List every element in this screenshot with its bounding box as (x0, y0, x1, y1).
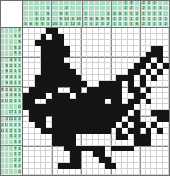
column-clues-band: 3614411519312099124101412104171818293352… (23, 1, 169, 28)
puzzle-board (23, 28, 169, 175)
column-clue-10: 171 (82, 1, 89, 27)
cell-r24c24[interactable] (163, 169, 169, 175)
row-clue-20: 74 (1, 145, 22, 152)
nonogram-puzzle: 3614411519312099124101412104171818293352… (0, 0, 170, 176)
clue-number-cell: 2 (163, 22, 169, 27)
row-clue-15: 31222 (1, 116, 22, 123)
column-clue-20: 22112 (140, 1, 147, 27)
column-clue-15: 811 (111, 1, 118, 27)
clue-number-cell: 0 (18, 169, 22, 175)
column-clue-24: 12 (163, 1, 169, 27)
column-clue-5: 20 (51, 1, 58, 27)
row-clue-10: 52621 (1, 86, 22, 93)
row-clues-band: 2125525342152116211831194115262143822102… (1, 28, 23, 175)
row-clue-5: 421 (1, 57, 22, 64)
row-clue-24: 0 (1, 169, 22, 175)
clue-corner-block (1, 1, 23, 28)
